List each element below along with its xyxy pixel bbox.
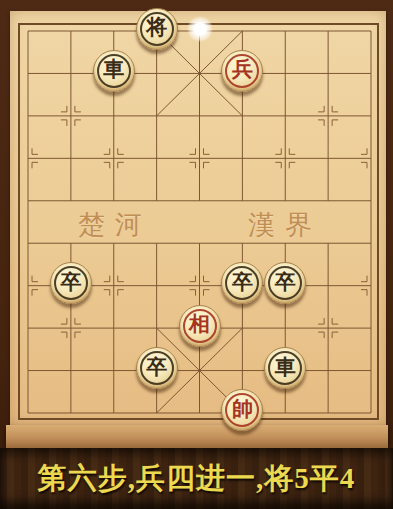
move-caption: 第六步,兵四进一,将5平4 [38, 459, 356, 499]
piece-glyph: 卒 [275, 272, 296, 293]
piece-glyph: 兵 [232, 59, 253, 80]
black-pawn-a[interactable]: 卒 [50, 262, 92, 304]
piece-glyph: 車 [275, 357, 296, 378]
red-elephant[interactable]: 相 [179, 305, 221, 347]
piece-glyph: 卒 [146, 357, 167, 378]
piece-glyph: 相 [189, 314, 210, 335]
black-pawn-c[interactable]: 卒 [264, 262, 306, 304]
black-chariot-left[interactable]: 車 [93, 50, 135, 92]
black-general[interactable]: 将 [136, 8, 178, 50]
red-pawn[interactable]: 兵 [221, 50, 263, 92]
move-from-marker [187, 16, 213, 42]
black-pawn-d[interactable]: 卒 [136, 347, 178, 389]
piece-layer: 将車兵卒卒卒相卒車帥 [7, 10, 393, 434]
piece-glyph: 将 [146, 17, 167, 38]
piece-glyph: 卒 [232, 272, 253, 293]
piece-glyph: 卒 [60, 272, 81, 293]
black-chariot-right[interactable]: 車 [264, 347, 306, 389]
black-pawn-b[interactable]: 卒 [221, 262, 263, 304]
caption-strip: 第六步,兵四进一,将5平4 [0, 448, 393, 509]
red-general[interactable]: 帥 [221, 389, 263, 431]
piece-glyph: 車 [103, 59, 124, 80]
xiangqi-app: 楚河 漢界 将車兵卒卒卒相卒車帥 第六步,兵四进一,将5平4 [0, 0, 393, 509]
piece-glyph: 帥 [232, 399, 253, 420]
